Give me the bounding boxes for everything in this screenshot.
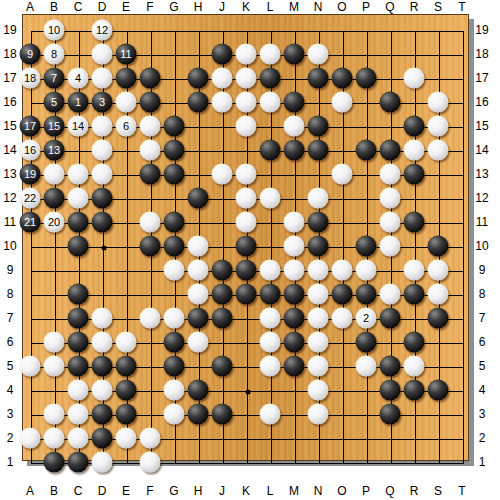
stone-h7 [188,308,209,329]
row-label-left-1: 1 [7,456,14,468]
stone-d7 [92,308,113,329]
stone-r8 [404,284,425,305]
stone-c7 [68,308,89,329]
stone-e2 [116,428,137,449]
move-number-18: 18 [24,73,36,84]
stone-j18 [212,44,233,65]
col-label-bottom-p: P [362,485,370,497]
col-label-bottom-d: D [98,485,107,497]
row-label-left-6: 6 [7,336,14,348]
stone-o13 [332,164,353,185]
stone-m16 [284,92,305,113]
move-number-20: 20 [48,217,60,228]
stone-c16: 1 [68,92,89,113]
stone-g4 [164,380,185,401]
stone-k13 [236,164,257,185]
stone-j3 [212,404,233,425]
stone-r11 [404,212,425,233]
stone-h9 [188,260,209,281]
stone-k11 [236,212,257,233]
stone-n9 [308,260,329,281]
stone-b13 [44,164,65,185]
stone-r4 [404,380,425,401]
stone-k16 [236,92,257,113]
stone-n18 [308,44,329,65]
stone-d13 [92,164,113,185]
stone-l16 [260,92,281,113]
stone-p14 [356,140,377,161]
stone-m8 [284,284,305,305]
stone-s10 [428,236,449,257]
stone-d6 [92,332,113,353]
col-label-bottom-j: J [219,485,225,497]
stone-b3 [44,404,65,425]
col-label-bottom-b: B [50,485,58,497]
stone-e3 [116,404,137,425]
stone-c10 [68,236,89,257]
stone-l14 [260,140,281,161]
stone-a5 [20,356,41,377]
row-label-left-17: 17 [3,72,16,84]
col-label-bottom-a: A [26,485,34,497]
stone-e17 [116,68,137,89]
stone-b14: 13 [44,140,65,161]
stone-f17 [140,68,161,89]
col-label-bottom-e: E [122,485,130,497]
stone-n6 [308,332,329,353]
row-label-left-13: 13 [3,168,16,180]
stone-s15 [428,116,449,137]
stone-b19: 10 [44,20,65,41]
stone-p10 [356,236,377,257]
stone-n7 [308,308,329,329]
move-number-8: 8 [51,49,57,60]
stone-m15 [284,116,305,137]
move-number-19: 19 [24,169,36,180]
col-label-top-o: O [337,1,346,13]
stone-k15 [236,116,257,137]
grid-line-vertical [463,31,464,464]
stone-f15 [140,116,161,137]
row-label-left-9: 9 [7,264,14,276]
stone-s16 [428,92,449,113]
stone-c1 [68,452,89,473]
stone-k9 [236,260,257,281]
col-label-bottom-l: L [267,485,274,497]
stone-r9 [404,260,425,281]
stone-c15: 14 [68,116,89,137]
row-label-right-12: 12 [475,192,488,204]
move-number-3: 3 [99,97,105,108]
stone-e15: 6 [116,116,137,137]
stone-d3 [92,404,113,425]
stone-h17 [188,68,209,89]
stone-c17: 4 [68,68,89,89]
stone-c5 [68,356,89,377]
col-label-top-a: A [26,1,34,13]
stone-e4 [116,380,137,401]
stone-g13 [164,164,185,185]
stone-b2 [44,428,65,449]
col-label-top-b: B [50,1,58,13]
stone-m9 [284,260,305,281]
stone-n3 [308,404,329,425]
stone-o16 [332,92,353,113]
move-number-11: 11 [120,49,131,60]
stone-l7 [260,308,281,329]
stone-a15: 17 [20,116,41,137]
stone-g10 [164,236,185,257]
row-label-left-15: 15 [3,120,16,132]
move-number-9: 9 [27,49,33,60]
stone-r17 [404,68,425,89]
move-number-21: 21 [24,217,36,228]
move-number-13: 13 [48,145,60,156]
stone-q3 [380,404,401,425]
move-number-17: 17 [24,121,36,132]
stone-n5 [308,356,329,377]
stone-m14 [284,140,305,161]
row-label-right-2: 2 [479,432,486,444]
col-label-top-r: R [410,1,419,13]
stone-a14: 16 [20,140,41,161]
stone-o8 [332,284,353,305]
row-label-right-14: 14 [475,144,488,156]
stone-j8 [212,284,233,305]
col-label-bottom-h: H [194,485,203,497]
stone-d18 [92,44,113,65]
stone-n15 [308,116,329,137]
col-label-bottom-s: S [434,485,442,497]
stone-e5 [116,356,137,377]
stone-a12: 22 [20,188,41,209]
stone-o17 [332,68,353,89]
stone-c6 [68,332,89,353]
row-label-right-7: 7 [479,312,486,324]
col-label-bottom-o: O [337,485,346,497]
stone-q8 [380,284,401,305]
stone-n14 [308,140,329,161]
stone-b6 [44,332,65,353]
stone-d19: 12 [92,20,113,41]
stone-m10 [284,236,305,257]
col-label-bottom-g: G [169,485,178,497]
row-label-left-5: 5 [7,360,14,372]
col-label-bottom-f: F [146,485,153,497]
stone-e18: 11 [116,44,137,65]
stone-o9 [332,260,353,281]
row-label-left-2: 2 [7,432,14,444]
stone-b16: 5 [44,92,65,113]
col-label-top-e: E [122,1,130,13]
row-label-right-1: 1 [479,456,486,468]
col-label-bottom-r: R [410,485,419,497]
stone-l8 [260,284,281,305]
stone-q14 [380,140,401,161]
stone-c2 [68,428,89,449]
stone-f7 [140,308,161,329]
stone-j13 [212,164,233,185]
stone-j16 [212,92,233,113]
col-label-top-k: K [242,1,250,13]
row-label-left-14: 14 [3,144,16,156]
stone-g9 [164,260,185,281]
stone-a11: 21 [20,212,41,233]
stone-b15: 15 [44,116,65,137]
stone-q16 [380,92,401,113]
stone-e6 [116,332,137,353]
stone-r6 [404,332,425,353]
stone-q12 [380,188,401,209]
stone-p5 [356,356,377,377]
col-label-bottom-q: Q [385,485,394,497]
col-label-bottom-n: N [314,485,323,497]
stone-q10 [380,236,401,257]
stone-f10 [140,236,161,257]
star-point-k4 [245,389,250,394]
stone-p9 [356,260,377,281]
row-label-right-16: 16 [475,96,488,108]
col-label-top-t: T [458,1,465,13]
row-label-left-10: 10 [3,240,16,252]
stone-f11 [140,212,161,233]
stone-m7 [284,308,305,329]
stone-k12 [236,188,257,209]
row-label-right-3: 3 [479,408,486,420]
stone-a17: 18 [20,68,41,89]
stone-e16 [116,92,137,113]
row-label-right-4: 4 [479,384,486,396]
stone-k17 [236,68,257,89]
stone-h12 [188,188,209,209]
col-label-bottom-m: M [289,485,299,497]
col-label-bottom-c: C [74,485,83,497]
row-label-right-17: 17 [475,72,488,84]
stone-d11 [92,212,113,233]
stone-q7 [380,308,401,329]
move-number-2: 2 [363,313,369,324]
stone-c3 [68,404,89,425]
stone-n8 [308,284,329,305]
row-label-right-19: 19 [475,24,488,36]
move-number-16: 16 [24,145,36,156]
row-label-right-9: 9 [479,264,486,276]
stone-b1 [44,452,65,473]
row-label-left-11: 11 [4,216,16,228]
col-label-top-l: L [267,1,274,13]
col-label-top-j: J [219,1,225,13]
col-label-bottom-t: T [458,485,465,497]
stone-m11 [284,212,305,233]
row-label-left-8: 8 [7,288,14,300]
stone-d17 [92,68,113,89]
move-number-5: 5 [51,97,57,108]
stone-d1 [92,452,113,473]
row-label-right-15: 15 [475,120,488,132]
stone-n17 [308,68,329,89]
stone-l12 [260,188,281,209]
stone-q4 [380,380,401,401]
row-label-left-4: 4 [7,384,14,396]
stone-h10 [188,236,209,257]
col-label-top-p: P [362,1,370,13]
stone-d5 [92,356,113,377]
col-label-bottom-k: K [242,485,250,497]
row-label-left-19: 19 [3,24,16,36]
stone-f2 [140,428,161,449]
stone-q5 [380,356,401,377]
stone-s9 [428,260,449,281]
stone-p8 [356,284,377,305]
stone-r15 [404,116,425,137]
move-number-22: 22 [24,193,36,204]
star-point-d10 [101,245,106,250]
row-label-right-8: 8 [479,288,486,300]
stone-b17: 7 [44,68,65,89]
stone-d4 [92,380,113,401]
stone-l18 [260,44,281,65]
stone-d2 [92,428,113,449]
stone-l3 [260,404,281,425]
row-label-right-10: 10 [475,240,488,252]
row-label-right-5: 5 [479,360,486,372]
stone-d12 [92,188,113,209]
row-label-right-13: 13 [475,168,488,180]
stone-b18: 8 [44,44,65,65]
stone-f13 [140,164,161,185]
stone-c11 [68,212,89,233]
stone-b12 [44,188,65,209]
move-number-4: 4 [75,73,81,84]
stone-c13 [68,164,89,185]
stone-g6 [164,332,185,353]
stone-c4 [68,380,89,401]
move-number-6: 6 [123,121,129,132]
stone-r13 [404,164,425,185]
stone-l5 [260,356,281,377]
row-label-right-6: 6 [479,336,486,348]
stone-m6 [284,332,305,353]
stone-g14 [164,140,185,161]
col-label-top-m: M [289,1,299,13]
move-number-15: 15 [48,121,60,132]
stone-s7 [428,308,449,329]
row-label-right-18: 18 [475,48,488,60]
stone-g11 [164,212,185,233]
stone-c8 [68,284,89,305]
col-label-top-h: H [194,1,203,13]
stone-m18 [284,44,305,65]
stone-g7 [164,308,185,329]
stone-k10 [236,236,257,257]
col-label-top-f: F [146,1,153,13]
stone-g5 [164,356,185,377]
stone-r14 [404,140,425,161]
stone-p7: 2 [356,308,377,329]
row-label-left-7: 7 [7,312,14,324]
stone-k8 [236,284,257,305]
col-label-top-d: D [98,1,107,13]
move-number-10: 10 [48,25,60,36]
stone-h8 [188,284,209,305]
col-label-top-q: Q [385,1,394,13]
stone-j5 [212,356,233,377]
stone-l9 [260,260,281,281]
stone-b5 [44,356,65,377]
stone-m5 [284,356,305,377]
stone-q13 [380,164,401,185]
stone-k18 [236,44,257,65]
col-label-top-g: G [169,1,178,13]
col-label-top-s: S [434,1,442,13]
stone-l17 [260,68,281,89]
stone-f14 [140,140,161,161]
go-board-diagram: AABBCCDDEEFFGGHHJJKKLLMMNNOOPPQQRRSSTT19… [0,0,500,500]
stone-a18: 9 [20,44,41,65]
stone-n10 [308,236,329,257]
stone-h6 [188,332,209,353]
move-number-1: 1 [75,97,81,108]
stone-f16 [140,92,161,113]
stone-q11 [380,212,401,233]
stone-h16 [188,92,209,113]
move-number-14: 14 [72,121,84,132]
stone-j17 [212,68,233,89]
stone-s4 [428,380,449,401]
stone-j9 [212,260,233,281]
stone-j7 [212,308,233,329]
move-number-12: 12 [96,25,108,36]
move-number-7: 7 [51,73,57,84]
stone-p6 [356,332,377,353]
stone-r5 [404,356,425,377]
stone-s14 [428,140,449,161]
stone-l6 [260,332,281,353]
stone-g15 [164,116,185,137]
col-label-top-n: N [314,1,323,13]
col-label-top-c: C [74,1,83,13]
row-label-right-11: 11 [476,216,488,228]
row-label-left-18: 18 [3,48,16,60]
stone-c12 [68,188,89,209]
stone-h3 [188,404,209,425]
stone-n4 [308,380,329,401]
stone-a13: 19 [20,164,41,185]
stone-h4 [188,380,209,401]
stone-d16: 3 [92,92,113,113]
stone-g3 [164,404,185,425]
stone-o7 [332,308,353,329]
stone-n12 [308,188,329,209]
stone-d15 [92,116,113,137]
stone-d14 [92,140,113,161]
stone-p17 [356,68,377,89]
stone-s8 [428,284,449,305]
stone-a2 [20,428,41,449]
stone-n11 [308,212,329,233]
row-label-left-12: 12 [3,192,16,204]
row-label-left-16: 16 [3,96,16,108]
row-label-left-3: 3 [7,408,14,420]
stone-b11: 20 [44,212,65,233]
stone-f1 [140,452,161,473]
